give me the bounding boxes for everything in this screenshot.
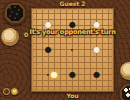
star-point xyxy=(71,49,73,51)
board-intersection: ● xyxy=(51,72,57,78)
go-board[interactable]: ●●●●●●●● xyxy=(31,8,114,92)
board-intersection[interactable] xyxy=(106,84,112,90)
black-stone: ● xyxy=(45,46,52,54)
star-point xyxy=(47,74,49,76)
black-stones-bowl xyxy=(3,1,27,25)
white-stone: ● xyxy=(93,46,100,54)
board-intersection: ● xyxy=(94,47,100,53)
board-intersection: ● xyxy=(94,72,100,78)
you-name-label: You xyxy=(31,92,114,99)
board-intersection: ● xyxy=(69,72,75,78)
black-stone: ● xyxy=(93,70,100,78)
black-stone: ● xyxy=(69,70,76,78)
bowl-lid-icon xyxy=(1,28,19,46)
gold-disc-icon[interactable] xyxy=(11,88,18,95)
board-intersection: ● xyxy=(45,47,51,53)
opponent-name-label: Guest 2 xyxy=(31,0,114,7)
board-grid: ●●●●●●●● xyxy=(33,10,112,90)
dark-disc-icon[interactable] xyxy=(3,88,10,95)
turn-status-banner: It's your opponent's turn xyxy=(28,28,117,36)
white-stone-last-move: ● xyxy=(51,70,58,78)
